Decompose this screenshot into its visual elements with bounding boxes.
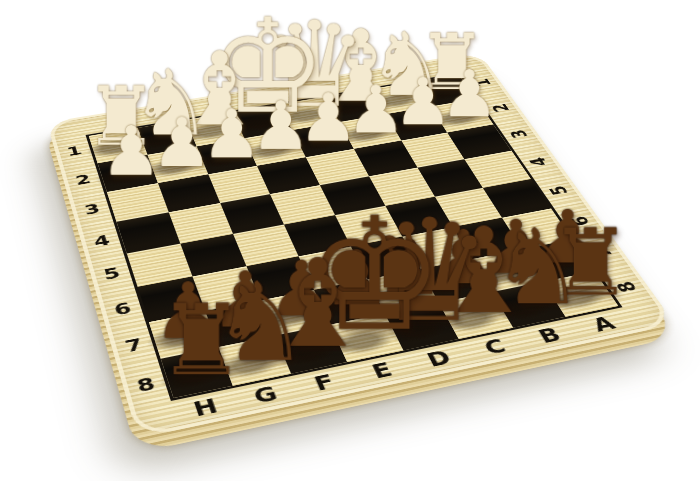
chess-set-photo: 12345678 12345678 HGFEDCBA ♜♞♝♚♛♝♞♜♟♟♟♟♟… bbox=[0, 0, 700, 481]
photo-scene: 12345678 12345678 HGFEDCBA ♜♞♝♚♛♝♞♜♟♟♟♟♟… bbox=[0, 0, 700, 481]
board-frame: 12345678 12345678 HGFEDCBA ♜♞♝♚♛♝♞♜♟♟♟♟♟… bbox=[47, 52, 675, 438]
square-h3 bbox=[107, 182, 169, 221]
chessboard: 12345678 12345678 HGFEDCBA ♜♞♝♚♛♝♞♜♟♟♟♟♟… bbox=[47, 52, 675, 438]
rank-label-right-4: 4 bbox=[509, 148, 569, 174]
square-h8: ♜ bbox=[161, 347, 233, 398]
piece-black-rook-h8: ♜ bbox=[158, 290, 246, 388]
board-grid: ♜♞♝♚♛♝♞♜♟♟♟♟♟♟♟♟♟♟♟♟♟♟♟♟♜♞♝♚♛♝♞♜ bbox=[86, 72, 623, 400]
piece-white-pawn-h2: ♟ bbox=[101, 116, 162, 184]
rank-label-left-5: 5 bbox=[90, 253, 135, 293]
